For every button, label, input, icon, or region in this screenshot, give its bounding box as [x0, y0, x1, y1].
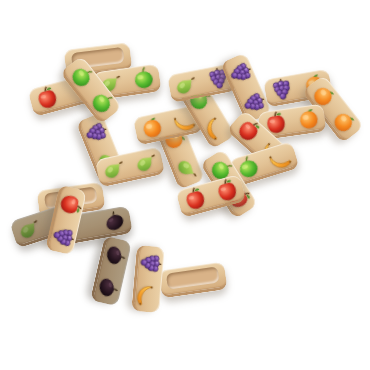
tile-half: [167, 69, 204, 100]
table-surface: [0, 0, 370, 370]
pear-icon: [14, 214, 44, 244]
red-apple-icon: [212, 176, 241, 205]
pear-icon: [171, 71, 199, 99]
green-apple-icon: [130, 65, 157, 92]
banana-icon: [264, 143, 294, 173]
tile-half: [263, 74, 300, 104]
plum-icon: [102, 241, 131, 270]
pear-icon: [132, 148, 160, 176]
red-apple-icon: [32, 83, 61, 112]
tile-half: [95, 153, 132, 184]
orange-icon: [137, 113, 165, 141]
tile-half: [127, 146, 164, 177]
tile-half: [134, 278, 162, 313]
tile-half: [290, 104, 326, 133]
tile-half: [137, 245, 165, 280]
tile-half: [48, 218, 80, 256]
grapes-icon: [268, 75, 296, 103]
tile-half: [133, 111, 170, 142]
tile-half: [170, 149, 206, 189]
grapes-icon: [49, 222, 78, 251]
pear-icon: [99, 155, 127, 183]
orange-icon: [295, 105, 322, 132]
plum-icon: [100, 207, 128, 235]
tile-back-recess: [166, 266, 220, 289]
red-apple-icon: [57, 190, 86, 219]
plum-icon: [94, 273, 123, 302]
grapes-icon: [138, 250, 164, 276]
domino-tile-plum-plum[interactable]: [90, 236, 132, 307]
grapes-icon: [225, 56, 257, 88]
domino-tile-back[interactable]: [158, 262, 227, 299]
red-apple-icon: [180, 184, 209, 213]
tile-half: [96, 205, 133, 235]
domino-tile-grapes-banana[interactable]: [131, 245, 165, 313]
tile-half: [125, 64, 161, 93]
pear-icon: [172, 153, 203, 184]
banana-icon: [135, 283, 161, 309]
grapes-icon: [81, 117, 112, 148]
tile-half: [93, 269, 125, 307]
orange-icon: [327, 104, 361, 138]
tile-half: [100, 236, 132, 274]
